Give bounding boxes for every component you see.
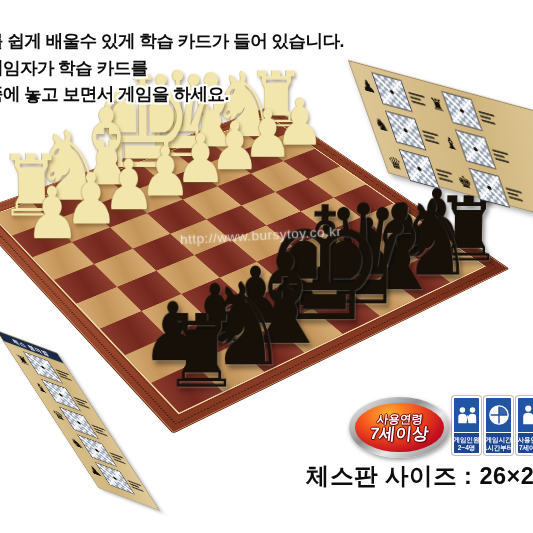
- players-label: 게임인원: [454, 436, 480, 443]
- time-badge-label: 게임시간 1시간부터: [486, 432, 511, 453]
- time-badge: 게임시간 1시간부터: [484, 396, 513, 455]
- age-badge-label: 사용연령 7세이상: [518, 432, 533, 453]
- mini-board-diagram: [469, 168, 510, 208]
- players-value: 2~4명: [458, 444, 476, 451]
- move-diagram-group: ♟: [355, 68, 432, 118]
- age-rating-badge: 사용연령 7세이상: [349, 397, 450, 458]
- card-caption-lines: [436, 169, 456, 184]
- headline-line1: 를 쉽게 배울수 있게 학습 카드가 들어 있습니다.: [0, 28, 344, 55]
- mini-board-diagram: [455, 129, 496, 169]
- card-caption-lines: [409, 92, 429, 107]
- age-icon: 7: [518, 398, 533, 432]
- time-icon: [486, 398, 511, 432]
- age-rating-value: 7세이상: [369, 425, 430, 442]
- board-square[interactable]: ♜: [151, 363, 222, 412]
- black-rook-piece[interactable]: ♜: [161, 301, 240, 402]
- mini-board-diagram: [441, 91, 482, 131]
- players-icon: [454, 398, 479, 432]
- headline-line3: 쪽에 놓고 보면서 게임을 하세요.: [0, 81, 344, 108]
- size-caption: 체스판 사이즈 : 26×26cm: [306, 460, 533, 492]
- info-badges: 게임인원 2~4명 게임시간 1시간부터: [452, 396, 533, 455]
- card-caption-lines: [505, 187, 525, 202]
- card-caption-lines: [478, 111, 498, 126]
- age-badge-small: 7 사용연령 7세이상: [516, 396, 533, 455]
- players-badge: 게임인원 2~4명: [452, 396, 481, 455]
- age-label: 사용연령: [518, 436, 533, 443]
- headline-line2: 게임자가 학습 카드를: [0, 55, 344, 82]
- age-value: 7세이상: [519, 444, 533, 451]
- time-value: 1시간부터: [484, 444, 513, 451]
- mini-board-diagram: [385, 111, 426, 151]
- time-label: 게임시간: [486, 436, 512, 443]
- players-badge-label: 게임인원 2~4명: [454, 432, 479, 453]
- product-photo: ♜♞♝♚♛♝♞♜♟♟♟♟♟♟♟♟♟♟♟♟♟♟♟♟♜♞♝♚♛♝♞♜ 체스 행마법 …: [0, 0, 533, 533]
- card-caption-lines: [492, 149, 512, 164]
- mini-board-diagram: [399, 149, 440, 189]
- mini-board-diagram: [372, 72, 413, 112]
- headline-text: 를 쉽게 배울수 있게 학습 카드가 들어 있습니다. 게임자가 학습 카드를 …: [0, 28, 344, 108]
- card-caption-lines: [422, 130, 442, 145]
- age-rating-face: 사용연령 7세이상: [355, 403, 444, 452]
- white-pawn-piece[interactable]: ♟: [24, 178, 80, 250]
